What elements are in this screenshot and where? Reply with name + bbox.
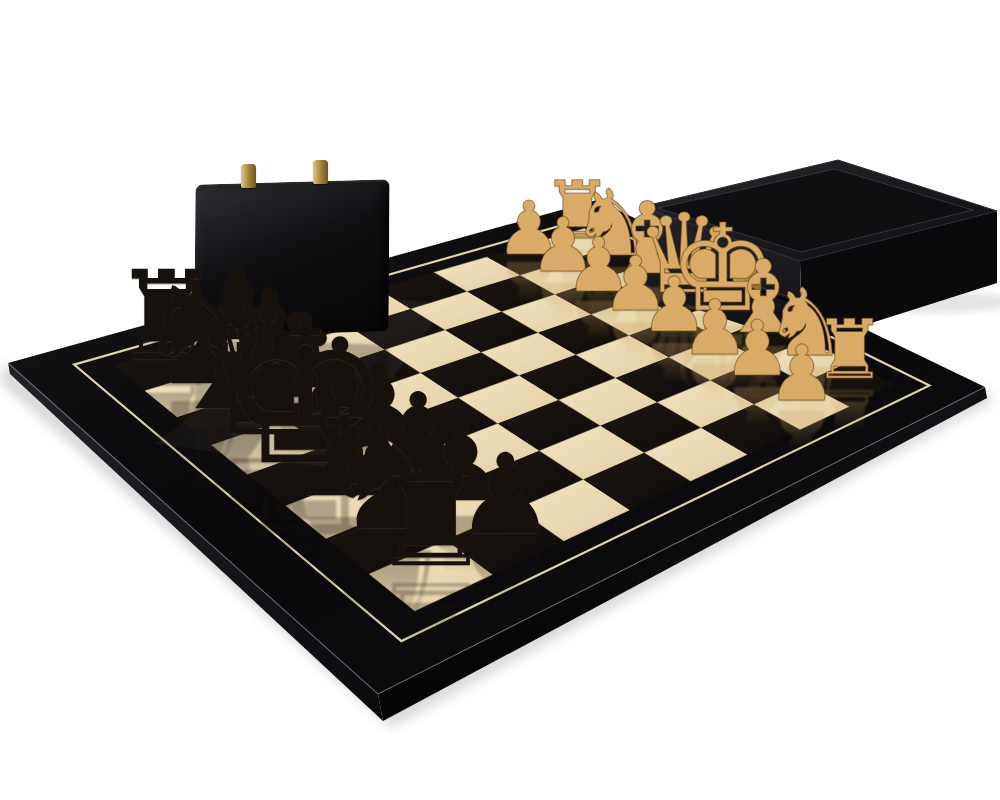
clock-button-right bbox=[313, 492, 328, 516]
clock-button-right bbox=[313, 160, 328, 184]
clock-body bbox=[194, 339, 389, 496]
clock-button-left bbox=[241, 164, 256, 188]
clock-reflection: 121234567891011121234567891011 bbox=[193, 330, 399, 520]
clock-button-left bbox=[241, 488, 256, 512]
clock-body bbox=[194, 179, 389, 336]
chess-set-photo: 1212345678910111212345678910111212345678… bbox=[0, 0, 1000, 800]
board-and-box-scene bbox=[0, 0, 1000, 800]
chess-clock: 1212345678910111212345678910111212345678… bbox=[193, 156, 399, 346]
